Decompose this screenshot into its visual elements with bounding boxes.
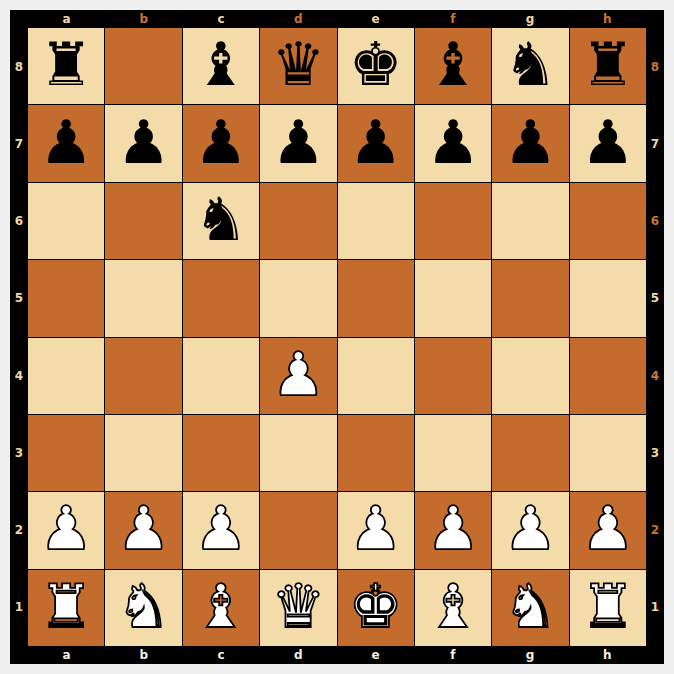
square-b3[interactable] (105, 415, 181, 491)
rank-label-6-right: 6 (646, 183, 664, 260)
square-d6[interactable] (260, 183, 336, 259)
file-labels-top: abcdefgh (28, 10, 646, 28)
file-label-f-bottom: f (414, 646, 491, 664)
rank-label-2-right: 2 (646, 492, 664, 569)
piece-black-knight: ♞ (194, 189, 248, 249)
file-label-a-bottom: a (28, 646, 105, 664)
rank-label-3-right: 3 (646, 414, 664, 491)
square-d7[interactable]: ♟ (260, 105, 336, 181)
square-h8[interactable]: ♜ (570, 28, 646, 104)
file-label-h-bottom: h (569, 646, 646, 664)
square-c1[interactable]: ♝ (183, 570, 259, 646)
square-d1[interactable]: ♛ (260, 570, 336, 646)
square-g6[interactable] (492, 183, 568, 259)
square-d2[interactable] (260, 492, 336, 568)
square-f6[interactable] (415, 183, 491, 259)
piece-white-pawn: ♟ (349, 498, 403, 558)
square-h3[interactable] (570, 415, 646, 491)
rank-label-4-left: 4 (10, 337, 28, 414)
piece-black-pawn: ♟ (426, 112, 480, 172)
piece-black-pawn: ♟ (581, 112, 635, 172)
file-label-c-top: c (183, 10, 260, 28)
square-b7[interactable]: ♟ (105, 105, 181, 181)
square-f4[interactable] (415, 338, 491, 414)
piece-white-king: ♚ (349, 576, 403, 636)
rank-label-6-left: 6 (10, 183, 28, 260)
piece-white-knight: ♞ (117, 576, 171, 636)
piece-white-pawn: ♟ (581, 498, 635, 558)
piece-black-king: ♚ (349, 34, 403, 94)
square-c3[interactable] (183, 415, 259, 491)
piece-white-knight: ♞ (504, 576, 558, 636)
file-label-f-top: f (414, 10, 491, 28)
square-a6[interactable] (28, 183, 104, 259)
rank-label-2-left: 2 (10, 492, 28, 569)
square-g2[interactable]: ♟ (492, 492, 568, 568)
piece-white-pawn: ♟ (271, 344, 325, 404)
file-label-h-top: h (569, 10, 646, 28)
piece-white-bishop: ♝ (194, 576, 248, 636)
rank-label-7-right: 7 (646, 105, 664, 182)
rank-labels-left: 87654321 (10, 28, 28, 646)
square-e7[interactable]: ♟ (338, 105, 414, 181)
square-e5[interactable] (338, 260, 414, 336)
piece-black-rook: ♜ (39, 34, 93, 94)
square-a4[interactable] (28, 338, 104, 414)
rank-label-1-left: 1 (10, 569, 28, 646)
piece-black-knight: ♞ (504, 34, 558, 94)
file-label-g-top: g (492, 10, 569, 28)
square-e4[interactable] (338, 338, 414, 414)
file-label-g-bottom: g (492, 646, 569, 664)
square-h7[interactable]: ♟ (570, 105, 646, 181)
rank-label-7-left: 7 (10, 105, 28, 182)
square-c8[interactable]: ♝ (183, 28, 259, 104)
piece-black-pawn: ♟ (349, 112, 403, 172)
piece-black-pawn: ♟ (194, 112, 248, 172)
piece-white-pawn: ♟ (117, 498, 171, 558)
square-c4[interactable] (183, 338, 259, 414)
square-g7[interactable]: ♟ (492, 105, 568, 181)
square-h6[interactable] (570, 183, 646, 259)
square-e1[interactable]: ♚ (338, 570, 414, 646)
square-f2[interactable]: ♟ (415, 492, 491, 568)
square-f7[interactable]: ♟ (415, 105, 491, 181)
square-g4[interactable] (492, 338, 568, 414)
square-a5[interactable] (28, 260, 104, 336)
board-frame: abcdefgh ♜♝♛♚♝♞♜♟♟♟♟♟♟♟♟♞♟♟♟♟♟♟♟♟♜♞♝♛♚♝♞… (10, 10, 664, 664)
square-e3[interactable] (338, 415, 414, 491)
square-c7[interactable]: ♟ (183, 105, 259, 181)
piece-black-bishop: ♝ (426, 34, 480, 94)
square-b8[interactable] (105, 28, 181, 104)
square-b6[interactable] (105, 183, 181, 259)
piece-white-bishop: ♝ (426, 576, 480, 636)
square-c5[interactable] (183, 260, 259, 336)
square-h1[interactable]: ♜ (570, 570, 646, 646)
piece-white-rook: ♜ (39, 576, 93, 636)
file-label-d-bottom: d (260, 646, 337, 664)
piece-black-bishop: ♝ (194, 34, 248, 94)
piece-black-queen: ♛ (271, 34, 325, 94)
square-e2[interactable]: ♟ (338, 492, 414, 568)
piece-black-rook: ♜ (581, 34, 635, 94)
piece-white-pawn: ♟ (39, 498, 93, 558)
page: { "game": "chess", "position": { "fen": … (0, 0, 674, 674)
file-label-c-bottom: c (183, 646, 260, 664)
rank-label-3-left: 3 (10, 414, 28, 491)
rank-label-8-right: 8 (646, 28, 664, 105)
file-label-b-top: b (105, 10, 182, 28)
square-b4[interactable] (105, 338, 181, 414)
square-f8[interactable]: ♝ (415, 28, 491, 104)
square-f5[interactable] (415, 260, 491, 336)
square-c2[interactable]: ♟ (183, 492, 259, 568)
rank-label-4-right: 4 (646, 337, 664, 414)
file-label-a-top: a (28, 10, 105, 28)
piece-black-pawn: ♟ (117, 112, 171, 172)
rank-label-5-right: 5 (646, 260, 664, 337)
rank-label-1-right: 1 (646, 569, 664, 646)
square-e8[interactable]: ♚ (338, 28, 414, 104)
square-d3[interactable] (260, 415, 336, 491)
square-g1[interactable]: ♞ (492, 570, 568, 646)
rank-label-8-left: 8 (10, 28, 28, 105)
piece-black-pawn: ♟ (504, 112, 558, 172)
square-f3[interactable] (415, 415, 491, 491)
piece-black-pawn: ♟ (39, 112, 93, 172)
square-a7[interactable]: ♟ (28, 105, 104, 181)
chess-board: ♜♝♛♚♝♞♜♟♟♟♟♟♟♟♟♞♟♟♟♟♟♟♟♟♜♞♝♛♚♝♞♜ (28, 28, 646, 646)
square-a1[interactable]: ♜ (28, 570, 104, 646)
file-label-d-top: d (260, 10, 337, 28)
square-g8[interactable]: ♞ (492, 28, 568, 104)
square-f1[interactable]: ♝ (415, 570, 491, 646)
square-d8[interactable]: ♛ (260, 28, 336, 104)
square-d4[interactable]: ♟ (260, 338, 336, 414)
rank-labels-right: 87654321 (646, 28, 664, 646)
square-h5[interactable] (570, 260, 646, 336)
piece-white-rook: ♜ (581, 576, 635, 636)
square-d5[interactable] (260, 260, 336, 336)
file-label-b-bottom: b (105, 646, 182, 664)
square-a8[interactable]: ♜ (28, 28, 104, 104)
square-a3[interactable] (28, 415, 104, 491)
rank-label-5-left: 5 (10, 260, 28, 337)
square-g5[interactable] (492, 260, 568, 336)
square-b5[interactable] (105, 260, 181, 336)
file-labels-bottom: abcdefgh (28, 646, 646, 664)
piece-white-pawn: ♟ (504, 498, 558, 558)
square-b2[interactable]: ♟ (105, 492, 181, 568)
piece-black-pawn: ♟ (271, 112, 325, 172)
square-b1[interactable]: ♞ (105, 570, 181, 646)
square-c6[interactable]: ♞ (183, 183, 259, 259)
square-g3[interactable] (492, 415, 568, 491)
square-h2[interactable]: ♟ (570, 492, 646, 568)
piece-white-queen: ♛ (271, 576, 325, 636)
square-h4[interactable] (570, 338, 646, 414)
file-label-e-bottom: e (337, 646, 414, 664)
piece-white-pawn: ♟ (426, 498, 480, 558)
file-label-e-top: e (337, 10, 414, 28)
square-a2[interactable]: ♟ (28, 492, 104, 568)
piece-white-pawn: ♟ (194, 498, 248, 558)
square-e6[interactable] (338, 183, 414, 259)
